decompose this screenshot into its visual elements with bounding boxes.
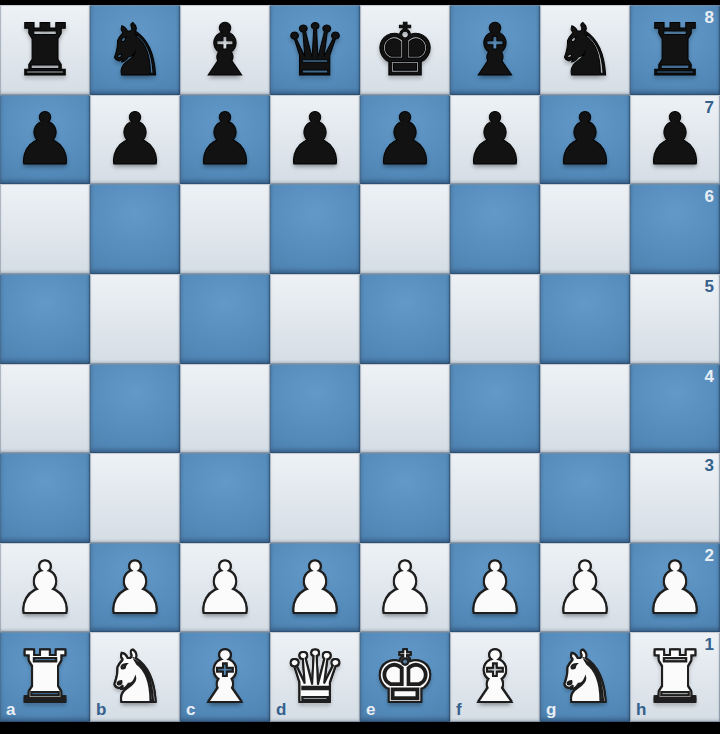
piece-white-pawn[interactable]: ♟: [463, 552, 528, 624]
piece-black-knight[interactable]: ♞: [553, 14, 618, 86]
square-c2[interactable]: ♟: [180, 543, 270, 633]
square-h3[interactable]: 3: [630, 453, 720, 543]
square-b3[interactable]: [90, 453, 180, 543]
piece-black-pawn[interactable]: ♟: [13, 103, 78, 175]
rank-label-7: 7: [705, 99, 714, 116]
square-f8[interactable]: ♝: [450, 5, 540, 95]
square-d1[interactable]: ♛d: [270, 632, 360, 722]
piece-black-bishop[interactable]: ♝: [193, 14, 258, 86]
square-c3[interactable]: [180, 453, 270, 543]
file-label-e: e: [366, 701, 375, 718]
square-a8[interactable]: ♜: [0, 5, 90, 95]
square-b4[interactable]: [90, 364, 180, 454]
square-a5[interactable]: [0, 274, 90, 364]
piece-white-pawn[interactable]: ♟: [103, 552, 168, 624]
file-label-c: c: [186, 701, 195, 718]
piece-white-pawn[interactable]: ♟: [373, 552, 438, 624]
piece-white-knight[interactable]: ♞: [553, 641, 618, 713]
square-f5[interactable]: [450, 274, 540, 364]
square-e7[interactable]: ♟: [360, 95, 450, 185]
square-f1[interactable]: ♝f: [450, 632, 540, 722]
piece-black-pawn[interactable]: ♟: [373, 103, 438, 175]
file-label-b: b: [96, 701, 106, 718]
square-h1[interactable]: ♜h1: [630, 632, 720, 722]
square-g4[interactable]: [540, 364, 630, 454]
square-b5[interactable]: [90, 274, 180, 364]
piece-black-knight[interactable]: ♞: [103, 14, 168, 86]
piece-white-pawn[interactable]: ♟: [553, 552, 618, 624]
rank-label-2: 2: [705, 547, 714, 564]
square-g1[interactable]: ♞g: [540, 632, 630, 722]
piece-black-pawn[interactable]: ♟: [193, 103, 258, 175]
square-f7[interactable]: ♟: [450, 95, 540, 185]
square-f6[interactable]: [450, 184, 540, 274]
square-e3[interactable]: [360, 453, 450, 543]
piece-black-rook[interactable]: ♜: [643, 14, 708, 86]
piece-white-pawn[interactable]: ♟: [283, 552, 348, 624]
square-c1[interactable]: ♝c: [180, 632, 270, 722]
square-f4[interactable]: [450, 364, 540, 454]
piece-white-bishop[interactable]: ♝: [463, 641, 528, 713]
rank-label-3: 3: [705, 457, 714, 474]
piece-black-queen[interactable]: ♛: [283, 14, 348, 86]
square-c4[interactable]: [180, 364, 270, 454]
chess-board: ♜♞♝♛♚♝♞♜8♟♟♟♟♟♟♟♟76543♟♟♟♟♟♟♟♟2♜a♞b♝c♛d♚…: [0, 5, 720, 722]
square-a7[interactable]: ♟: [0, 95, 90, 185]
square-d3[interactable]: [270, 453, 360, 543]
file-label-a: a: [6, 701, 15, 718]
square-d4[interactable]: [270, 364, 360, 454]
square-d5[interactable]: [270, 274, 360, 364]
square-a4[interactable]: [0, 364, 90, 454]
piece-white-bishop[interactable]: ♝: [193, 641, 258, 713]
square-c7[interactable]: ♟: [180, 95, 270, 185]
square-e2[interactable]: ♟: [360, 543, 450, 633]
piece-black-pawn[interactable]: ♟: [103, 103, 168, 175]
square-e6[interactable]: [360, 184, 450, 274]
square-b1[interactable]: ♞b: [90, 632, 180, 722]
square-b6[interactable]: [90, 184, 180, 274]
square-b8[interactable]: ♞: [90, 5, 180, 95]
square-a2[interactable]: ♟: [0, 543, 90, 633]
square-d7[interactable]: ♟: [270, 95, 360, 185]
square-d8[interactable]: ♛: [270, 5, 360, 95]
square-g7[interactable]: ♟: [540, 95, 630, 185]
piece-black-pawn[interactable]: ♟: [553, 103, 618, 175]
rank-label-5: 5: [705, 278, 714, 295]
piece-white-pawn[interactable]: ♟: [13, 552, 78, 624]
rank-label-1: 1: [705, 636, 714, 653]
piece-white-pawn[interactable]: ♟: [193, 552, 258, 624]
square-c8[interactable]: ♝: [180, 5, 270, 95]
file-label-h: h: [636, 701, 646, 718]
square-h2[interactable]: ♟2: [630, 543, 720, 633]
piece-black-pawn[interactable]: ♟: [463, 103, 528, 175]
square-d6[interactable]: [270, 184, 360, 274]
file-label-f: f: [456, 701, 462, 718]
square-a1[interactable]: ♜a: [0, 632, 90, 722]
square-b2[interactable]: ♟: [90, 543, 180, 633]
piece-white-pawn[interactable]: ♟: [643, 552, 708, 624]
square-g2[interactable]: ♟: [540, 543, 630, 633]
square-h7[interactable]: ♟7: [630, 95, 720, 185]
square-h6[interactable]: 6: [630, 184, 720, 274]
file-label-d: d: [276, 701, 286, 718]
square-f2[interactable]: ♟: [450, 543, 540, 633]
piece-white-king[interactable]: ♚: [373, 641, 438, 713]
rank-label-6: 6: [705, 188, 714, 205]
square-a3[interactable]: [0, 453, 90, 543]
square-e4[interactable]: [360, 364, 450, 454]
piece-black-rook[interactable]: ♜: [13, 14, 78, 86]
square-h4[interactable]: 4: [630, 364, 720, 454]
square-e1[interactable]: ♚e: [360, 632, 450, 722]
square-g6[interactable]: [540, 184, 630, 274]
piece-white-queen[interactable]: ♛: [283, 641, 348, 713]
piece-black-king[interactable]: ♚: [373, 14, 438, 86]
square-h8[interactable]: ♜8: [630, 5, 720, 95]
file-label-g: g: [546, 701, 556, 718]
square-g3[interactable]: [540, 453, 630, 543]
square-e8[interactable]: ♚: [360, 5, 450, 95]
square-f3[interactable]: [450, 453, 540, 543]
square-c6[interactable]: [180, 184, 270, 274]
square-h5[interactable]: 5: [630, 274, 720, 364]
square-g5[interactable]: [540, 274, 630, 364]
rank-label-4: 4: [705, 368, 714, 385]
square-b7[interactable]: ♟: [90, 95, 180, 185]
piece-black-pawn[interactable]: ♟: [643, 103, 708, 175]
piece-black-pawn[interactable]: ♟: [283, 103, 348, 175]
square-d2[interactable]: ♟: [270, 543, 360, 633]
piece-black-bishop[interactable]: ♝: [463, 14, 528, 86]
rank-label-8: 8: [705, 9, 714, 26]
piece-white-rook[interactable]: ♜: [13, 641, 78, 713]
square-c5[interactable]: [180, 274, 270, 364]
square-g8[interactable]: ♞: [540, 5, 630, 95]
square-a6[interactable]: [0, 184, 90, 274]
piece-white-knight[interactable]: ♞: [103, 641, 168, 713]
piece-white-rook[interactable]: ♜: [643, 641, 708, 713]
square-e5[interactable]: [360, 274, 450, 364]
